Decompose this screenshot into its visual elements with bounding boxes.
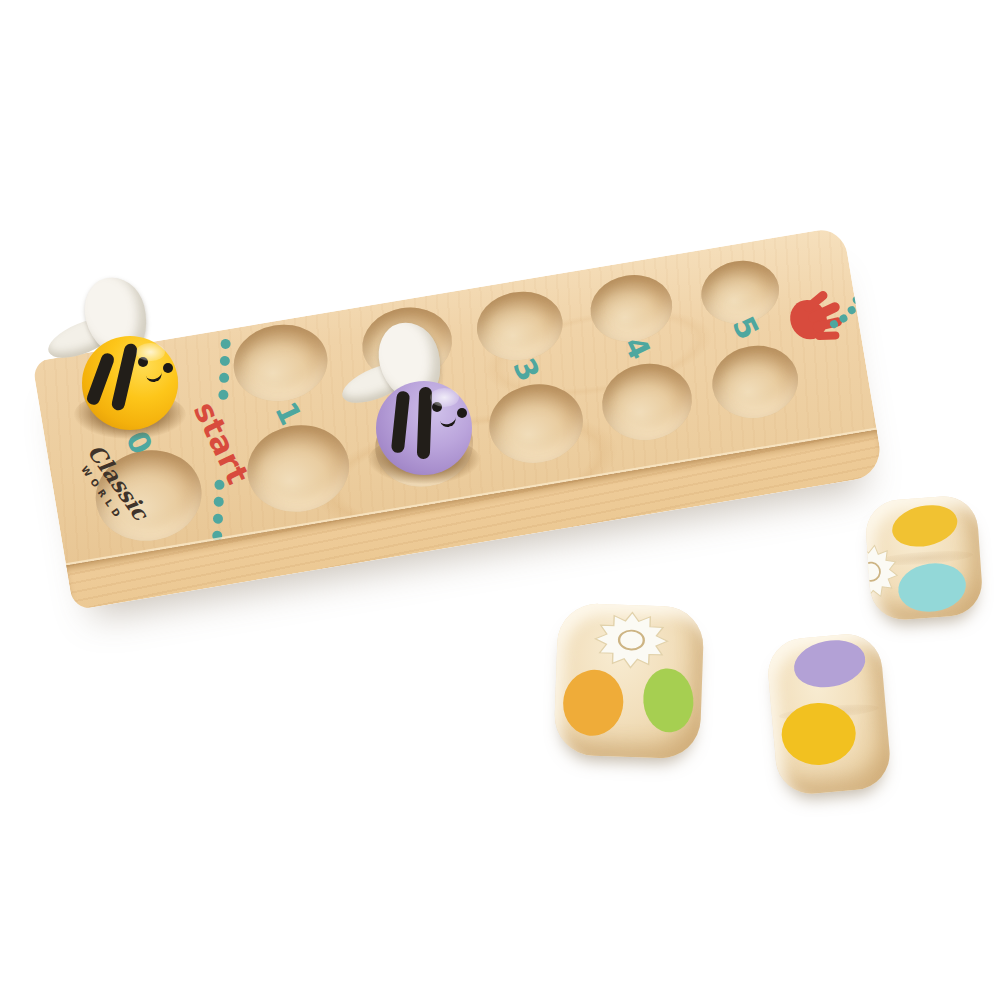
bee-eye <box>457 408 467 418</box>
hole-row1-col4[interactable] <box>596 357 697 446</box>
colour-die-1[interactable] <box>864 494 984 622</box>
bee-stripe <box>85 351 116 406</box>
bee-eye <box>163 363 173 373</box>
scene: 012345 start Classic WORLD <box>0 0 1000 1000</box>
die3-top-purple-circle <box>790 634 869 693</box>
sun-icon <box>864 540 903 603</box>
start-dot <box>220 339 230 349</box>
bee-piece-yellow[interactable] <box>50 283 210 443</box>
bee-smile <box>439 413 458 429</box>
sun-icon <box>592 610 670 671</box>
start-dot <box>219 373 229 383</box>
bee-stripe <box>111 343 139 412</box>
bee-eye <box>432 402 442 412</box>
bee-smile <box>145 367 164 383</box>
start-dots-top <box>218 339 231 400</box>
die1-front-cyan-circle <box>895 559 969 616</box>
bee-piece-purple[interactable] <box>344 328 504 488</box>
tulip-icon <box>776 274 861 359</box>
start-dot <box>214 497 224 507</box>
die2-left-orange-circle <box>557 665 628 741</box>
goal-dot <box>851 295 862 306</box>
bee-stripe <box>417 387 433 459</box>
bee-body <box>82 336 178 430</box>
die2-right-green-circle <box>641 666 696 734</box>
bee-stripe <box>391 391 410 454</box>
die3-front-yellow-circle <box>781 702 857 767</box>
colour-die-2[interactable] <box>553 602 704 759</box>
start-dot <box>213 514 223 524</box>
bee-eye <box>138 357 148 367</box>
start-dot <box>220 356 230 366</box>
colour-die-3[interactable] <box>765 631 892 796</box>
bee-body <box>376 381 472 475</box>
die1-top-yellow-circle <box>888 499 961 552</box>
goal-dot <box>853 283 864 294</box>
